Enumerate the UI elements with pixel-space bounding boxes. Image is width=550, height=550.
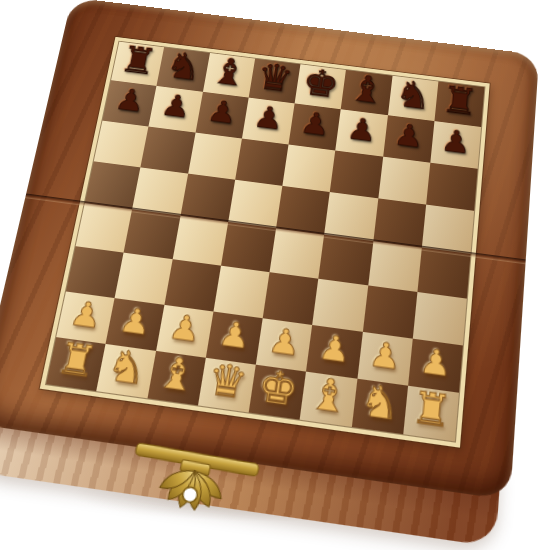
white-knight-g1: ♞ — [358, 378, 403, 428]
black-pawn-d7: ♟ — [252, 102, 286, 135]
box-lid: ♜♞♝♛♚♝♞♜♟♟♟♟♟♟♟♟♟♟♟♟♟♟♟♟♜♞♝♛♚♝♞♜ — [0, 0, 539, 500]
black-pawn-e7: ♟ — [299, 107, 332, 140]
white-pawn-c2: ♟ — [167, 309, 204, 347]
white-bishop-f1: ♝ — [306, 371, 351, 420]
black-bishop-c8: ♝ — [208, 53, 250, 93]
photo-stage: ♜♞♝♛♚♝♞♜♟♟♟♟♟♟♟♟♟♟♟♟♟♟♟♟♜♞♝♛♚♝♞♜ — [0, 0, 550, 550]
white-pawn-d2: ♟ — [217, 315, 254, 353]
black-pawn-h7: ♟ — [440, 125, 472, 159]
chess-box: ♜♞♝♛♚♝♞♜♟♟♟♟♟♟♟♟♟♟♟♟♟♟♟♟♜♞♝♛♚♝♞♜ — [0, 0, 539, 550]
brass-clasp — [121, 433, 263, 539]
black-rook-a8: ♜ — [117, 42, 159, 82]
pieces-layer: ♜♞♝♛♚♝♞♜♟♟♟♟♟♟♟♟♟♟♟♟♟♟♟♟♜♞♝♛♚♝♞♜ — [46, 42, 484, 442]
white-queen-d1: ♛ — [204, 357, 250, 406]
white-rook-h1: ♜ — [409, 385, 453, 435]
white-bishop-c1: ♝ — [154, 350, 201, 399]
white-king-e1: ♚ — [255, 364, 301, 413]
black-pawn-g7: ♟ — [393, 119, 426, 152]
white-knight-b1: ♞ — [103, 344, 150, 392]
black-knight-b8: ♞ — [163, 47, 205, 87]
white-pawn-h2: ♟ — [418, 343, 453, 382]
white-pawn-a2: ♟ — [67, 295, 105, 333]
black-rook-h8: ♜ — [440, 81, 480, 122]
black-queen-d8: ♛ — [254, 58, 295, 98]
black-pawn-a7: ♟ — [113, 84, 148, 117]
black-pawn-b7: ♟ — [159, 90, 193, 123]
brass-clasp-icon — [121, 433, 263, 539]
black-pawn-c7: ♟ — [205, 96, 239, 129]
white-pawn-g2: ♟ — [368, 336, 403, 375]
black-king-e8: ♚ — [300, 64, 341, 104]
white-pawn-e2: ♟ — [267, 322, 303, 360]
white-pawn-b2: ♟ — [117, 302, 154, 340]
board-inlay-frame: ♜♞♝♛♚♝♞♜♟♟♟♟♟♟♟♟♟♟♟♟♟♟♟♟♜♞♝♛♚♝♞♜ — [40, 37, 490, 448]
black-pawn-f7: ♟ — [345, 113, 378, 146]
white-pawn-f2: ♟ — [317, 329, 353, 368]
white-rook-a1: ♜ — [53, 337, 101, 385]
black-knight-g8: ♞ — [393, 76, 433, 116]
black-bishop-f8: ♝ — [347, 70, 387, 110]
